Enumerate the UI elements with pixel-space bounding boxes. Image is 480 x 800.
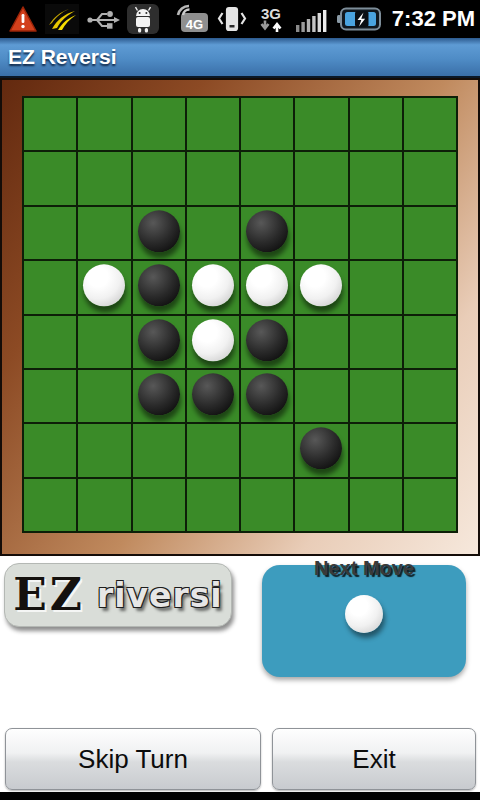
board-cell-a1[interactable] xyxy=(24,98,76,150)
board-cell-d1[interactable] xyxy=(187,98,239,150)
board-cell-b2[interactable] xyxy=(78,152,130,204)
white-disc xyxy=(192,265,234,307)
white-disc xyxy=(192,319,234,361)
white-disc xyxy=(83,265,125,307)
board-cell-b5[interactable] xyxy=(78,316,130,368)
board-cell-h2[interactable] xyxy=(404,152,456,204)
clock: 7:32 PM xyxy=(389,6,475,32)
board-cell-f2[interactable] xyxy=(295,152,347,204)
board-cell-f6[interactable] xyxy=(295,370,347,422)
signal-strength-icon xyxy=(295,5,329,33)
board-cell-b3[interactable] xyxy=(78,207,130,259)
skip-turn-button[interactable]: Skip Turn xyxy=(5,728,261,790)
board-cell-d2[interactable] xyxy=(187,152,239,204)
board-cell-h3[interactable] xyxy=(404,207,456,259)
board-cell-h6[interactable] xyxy=(404,370,456,422)
board-cell-f1[interactable] xyxy=(295,98,347,150)
4g-label: 4G xyxy=(186,17,203,32)
board-cell-d8[interactable] xyxy=(187,479,239,531)
board-cell-h8[interactable] xyxy=(404,479,456,531)
exit-label: Exit xyxy=(352,744,395,775)
white-disc xyxy=(246,265,288,307)
board-cell-c3[interactable] xyxy=(133,207,185,259)
board-cell-d7[interactable] xyxy=(187,424,239,476)
3g-label: 3G xyxy=(261,5,281,22)
logo-text-secondary: riversi xyxy=(97,579,223,612)
board-cell-f8[interactable] xyxy=(295,479,347,531)
next-move-disc xyxy=(345,595,383,633)
board-cell-e4[interactable] xyxy=(241,261,293,313)
ez-riversi-logo: EZ riversi xyxy=(4,563,232,627)
board-cell-g3[interactable] xyxy=(350,207,402,259)
board-cell-a2[interactable] xyxy=(24,152,76,204)
exit-button[interactable]: Exit xyxy=(272,728,476,790)
board-cell-a3[interactable] xyxy=(24,207,76,259)
board-cell-c5[interactable] xyxy=(133,316,185,368)
board-cell-e3[interactable] xyxy=(241,207,293,259)
board-cell-g6[interactable] xyxy=(350,370,402,422)
board-cell-f3[interactable] xyxy=(295,207,347,259)
black-disc xyxy=(138,373,180,415)
reversi-board xyxy=(22,96,458,533)
vibrate-mode-icon xyxy=(217,4,247,34)
board-cell-g5[interactable] xyxy=(350,316,402,368)
title-bar: EZ Reversi xyxy=(0,38,480,78)
board-cell-e7[interactable] xyxy=(241,424,293,476)
board-cell-g1[interactable] xyxy=(350,98,402,150)
board-cell-e5[interactable] xyxy=(241,316,293,368)
usb-icon xyxy=(86,6,120,32)
board-cell-g2[interactable] xyxy=(350,152,402,204)
app-title: EZ Reversi xyxy=(8,45,117,69)
board-cell-a5[interactable] xyxy=(24,316,76,368)
board-cell-e1[interactable] xyxy=(241,98,293,150)
board-cell-a8[interactable] xyxy=(24,479,76,531)
board-cell-g8[interactable] xyxy=(350,479,402,531)
black-disc xyxy=(138,210,180,252)
white-disc xyxy=(300,265,342,307)
board-cell-d3[interactable] xyxy=(187,207,239,259)
board-cell-c2[interactable] xyxy=(133,152,185,204)
black-disc xyxy=(192,373,234,415)
board-cell-b8[interactable] xyxy=(78,479,130,531)
sprint-carrier-icon xyxy=(45,4,79,34)
board-cell-a7[interactable] xyxy=(24,424,76,476)
board-cell-a4[interactable] xyxy=(24,261,76,313)
board-frame xyxy=(0,78,480,556)
board-cell-g4[interactable] xyxy=(350,261,402,313)
board-cell-h1[interactable] xyxy=(404,98,456,150)
board-cell-g7[interactable] xyxy=(350,424,402,476)
board-cell-b4[interactable] xyxy=(78,261,130,313)
board-cell-d4[interactable] xyxy=(187,261,239,313)
board-cell-h4[interactable] xyxy=(404,261,456,313)
status-bar: 4G 3G xyxy=(0,0,480,38)
logo-text-primary: EZ xyxy=(13,573,85,617)
black-disc xyxy=(246,210,288,252)
black-disc xyxy=(138,319,180,361)
battery-charging-icon xyxy=(336,6,382,32)
board-cell-e2[interactable] xyxy=(241,152,293,204)
board-cell-d6[interactable] xyxy=(187,370,239,422)
board-cell-h7[interactable] xyxy=(404,424,456,476)
board-cell-f7[interactable] xyxy=(295,424,347,476)
next-move-panel xyxy=(262,565,466,677)
black-disc xyxy=(300,428,342,470)
lower-panel: EZ riversi Next Move Skip Turn Exit xyxy=(0,556,480,792)
board-cell-c1[interactable] xyxy=(133,98,185,150)
board-cell-f5[interactable] xyxy=(295,316,347,368)
board-cell-c8[interactable] xyxy=(133,479,185,531)
black-disc xyxy=(246,319,288,361)
board-cell-f4[interactable] xyxy=(295,261,347,313)
board-cell-b6[interactable] xyxy=(78,370,130,422)
board-cell-h5[interactable] xyxy=(404,316,456,368)
android-debug-icon xyxy=(127,4,159,34)
black-disc xyxy=(246,373,288,415)
board-cell-b7[interactable] xyxy=(78,424,130,476)
next-move-label: Next Move xyxy=(262,557,466,580)
board-cell-c4[interactable] xyxy=(133,261,185,313)
board-cell-c6[interactable] xyxy=(133,370,185,422)
board-cell-d5[interactable] xyxy=(187,316,239,368)
board-cell-e6[interactable] xyxy=(241,370,293,422)
board-cell-c7[interactable] xyxy=(133,424,185,476)
skip-turn-label: Skip Turn xyxy=(78,744,188,775)
black-disc xyxy=(138,265,180,307)
warning-icon xyxy=(8,5,38,33)
4g-network-icon: 4G xyxy=(174,4,210,34)
board-cell-a6[interactable] xyxy=(24,370,76,422)
board-cell-b1[interactable] xyxy=(78,98,130,150)
board-cell-e8[interactable] xyxy=(241,479,293,531)
3g-data-icon: 3G xyxy=(254,4,288,34)
